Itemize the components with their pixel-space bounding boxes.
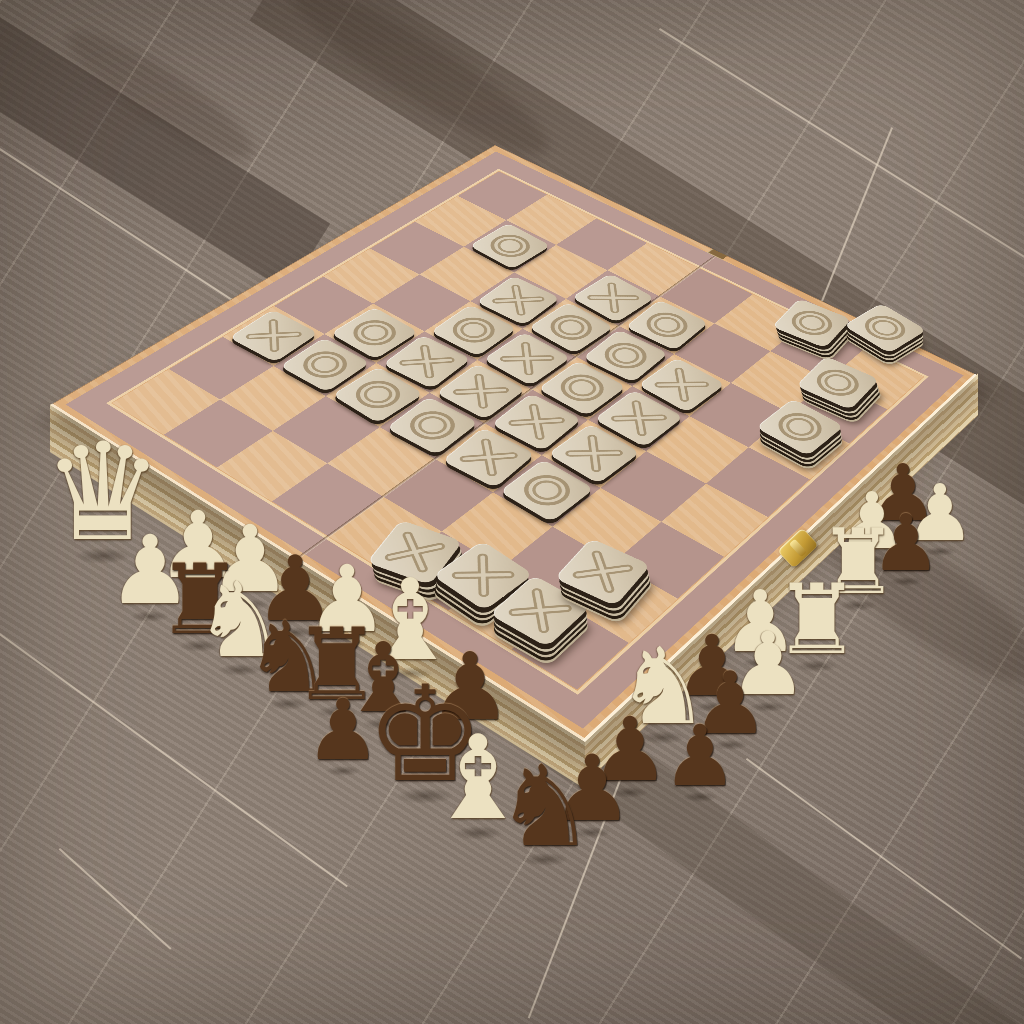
chess-piece-dark-pawn[interactable]: ♟: [662, 714, 737, 798]
chess-piece-dark-knight[interactable]: ♞: [495, 750, 595, 862]
floor-grain-blob: [54, 14, 266, 176]
floor-plank-seam: [59, 848, 172, 950]
floor-plank-seam: [820, 127, 893, 304]
floor-plank-seam: [746, 758, 1022, 959]
floor-grain-blob: [277, 0, 563, 175]
piece-glyph: ♟: [662, 714, 737, 798]
scene-floor: ♛♟♟♜♞♟♟♞♟♜♟♝♝♚♟♝♞♟♟♞♟♟♟♟♟♜♟♟♟♟♜: [0, 0, 1024, 1024]
piece-glyph: ♞: [495, 750, 595, 862]
piece-shadow: [521, 853, 568, 866]
floor-plank-seam: [659, 28, 1024, 263]
piece-shadow: [682, 792, 717, 802]
piece-shadow: [325, 766, 360, 776]
floor-plank-band: [0, 0, 330, 292]
